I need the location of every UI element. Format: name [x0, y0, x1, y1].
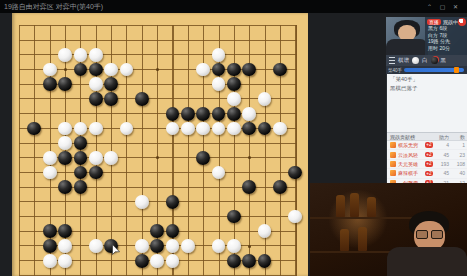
black-stone — [227, 107, 241, 121]
white-stone — [43, 151, 57, 165]
black-stone — [196, 107, 210, 121]
white-stone — [227, 92, 241, 106]
white-stone — [43, 254, 57, 268]
contributor-name: 麻辣棋手 — [398, 170, 425, 176]
contribution-rank: 23 — [451, 152, 467, 158]
info-line-4: 用时 20分 — [425, 45, 467, 52]
white-stone — [166, 239, 180, 253]
gift-icon — [390, 170, 396, 176]
black-stone — [196, 151, 210, 165]
bottle — [340, 229, 349, 251]
streamer-webcam-top[interactable]: 直播 观战中 黑方 6段 白方 7段 19路 分先 用时 20分 — [386, 17, 467, 55]
app-window: 19路自由对弈区 对弈中(第40手) ⌃ ▢ ✕ 直播 观战中 黑方 6段 白方… — [0, 0, 467, 276]
white-stone — [135, 195, 149, 209]
bottle — [367, 197, 376, 217]
black-stone-icon — [431, 57, 438, 64]
white-stone — [212, 48, 226, 62]
bottle — [336, 195, 345, 217]
black-stone — [43, 224, 57, 238]
gift-icon — [390, 161, 396, 167]
black-stone — [227, 63, 241, 77]
title-bar: 19路自由对弈区 对弈中(第40手) ⌃ ▢ ✕ — [0, 0, 467, 13]
star-point — [64, 68, 67, 71]
white-stone — [58, 122, 72, 136]
black-stone — [89, 63, 103, 77]
white-stone — [58, 48, 72, 62]
glasses-icon — [416, 230, 443, 237]
black-stone — [212, 107, 226, 121]
streamer-avatar-icon[interactable] — [458, 18, 466, 26]
white-stone — [89, 151, 103, 165]
black-stone — [150, 239, 164, 253]
white-stone — [58, 254, 72, 268]
white-stone — [227, 239, 241, 253]
black-stone — [242, 254, 256, 268]
bottle — [350, 193, 359, 217]
contribution-value: 4 — [435, 142, 451, 148]
black-stone — [74, 136, 88, 150]
white-stone — [166, 254, 180, 268]
level-badge: +2 — [425, 152, 433, 158]
shelf — [310, 217, 420, 219]
level-badge: +2 — [425, 161, 433, 167]
white-stone — [104, 151, 118, 165]
black-stone — [104, 92, 118, 106]
black-stone — [227, 77, 241, 91]
contribution-rank: 1 — [451, 142, 467, 148]
white-stone — [58, 136, 72, 150]
white-stone — [74, 48, 88, 62]
white-stone — [242, 107, 256, 121]
white-player-label: 白 — [422, 57, 428, 64]
leaderboard-row[interactable]: 天元英雄+2193108 — [387, 160, 467, 169]
black-stone — [273, 180, 287, 194]
gift-icon — [390, 152, 396, 158]
black-stone — [58, 180, 72, 194]
leaderboard-col-2: 数 — [451, 134, 467, 140]
contributor-name: 云淡风轻 — [398, 152, 425, 158]
white-stone — [89, 239, 103, 253]
leaderboard-title: 观战贡献榜 — [387, 134, 435, 140]
white-stone — [43, 166, 57, 180]
contribution-rank: 108 — [451, 161, 467, 167]
notice-line-1: 「第40手」 — [387, 74, 467, 83]
contribution-rank: 40 — [451, 170, 467, 176]
leaderboard-header: 观战贡献榜 助力 数 — [387, 132, 467, 141]
white-stone — [89, 48, 103, 62]
black-stone — [166, 107, 180, 121]
white-stone — [89, 77, 103, 91]
level-badge: +2 — [425, 142, 433, 148]
info-panel: 「第40手」 黑棋已落子 观战贡献榜 助力 数 棋乐无穷+241云淡风轻+245… — [386, 74, 467, 183]
black-stone — [227, 254, 241, 268]
white-stone — [58, 239, 72, 253]
black-stone — [89, 92, 103, 106]
leaderboard-row[interactable]: 麻辣棋手+24540 — [387, 169, 467, 178]
black-stone — [43, 77, 57, 91]
black-stone — [227, 210, 241, 224]
black-stone — [58, 151, 72, 165]
white-stone — [273, 122, 287, 136]
black-stone — [135, 92, 149, 106]
white-stone — [181, 239, 195, 253]
white-stone — [135, 239, 149, 253]
page-title: 19路自由对弈区 对弈中(第40手) — [0, 2, 103, 12]
mouse-cursor — [112, 242, 121, 254]
contribution-value: 45 — [435, 170, 451, 176]
leaderboard-col-1: 助力 — [435, 134, 451, 140]
progress-handle[interactable] — [454, 67, 459, 73]
move-progress-row: 第40手 — [386, 66, 467, 74]
black-stone — [258, 254, 272, 268]
black-stone — [43, 239, 57, 253]
black-stone — [89, 166, 103, 180]
window-controls-icons[interactable]: ⌃ ▢ ✕ — [427, 3, 467, 10]
bottle — [358, 227, 367, 251]
viewer-body — [387, 247, 467, 276]
notice-line-2: 黑棋已落子 — [387, 83, 467, 92]
star-point — [156, 68, 159, 71]
white-stone — [89, 122, 103, 136]
black-stone — [135, 254, 149, 268]
player-webcam-bottom[interactable] — [310, 183, 467, 276]
black-stone — [74, 151, 88, 165]
contribution-value: 193 — [435, 161, 451, 167]
menu-icon[interactable] — [389, 57, 395, 64]
streamer-body — [386, 39, 428, 55]
level-badge: +2 — [425, 171, 433, 177]
white-stone — [288, 210, 302, 224]
black-stone — [288, 166, 302, 180]
leaderboard-rows: 棋乐无穷+241云淡风轻+24523天元英雄+2193108麻辣棋手+24540… — [387, 141, 467, 188]
white-stone-icon — [412, 57, 419, 64]
leaderboard-row[interactable]: 云淡风轻+24523 — [387, 150, 467, 159]
white-stone — [227, 122, 241, 136]
black-stone — [181, 107, 195, 121]
game-toolbar: 棋谱 白 黑 — [386, 55, 467, 66]
contributor-name: 天元英雄 — [398, 161, 425, 167]
white-stone — [181, 122, 195, 136]
move-progress-bar[interactable] — [404, 68, 464, 72]
leaderboard-row[interactable]: 棋乐无穷+241 — [387, 141, 467, 150]
contribution-value: 45 — [435, 152, 451, 158]
white-stone — [212, 239, 226, 253]
black-player-label: 黑 — [441, 57, 447, 64]
move-number-label: 第40手 — [386, 68, 404, 73]
black-stone — [166, 195, 180, 209]
star-point — [248, 245, 251, 248]
contributor-name: 棋乐无穷 — [398, 142, 425, 148]
toolbar-kifu-button[interactable]: 棋谱 — [398, 57, 409, 64]
white-stone — [150, 254, 164, 268]
white-stone — [43, 63, 57, 77]
gift-icon — [390, 142, 396, 148]
go-board[interactable] — [12, 13, 308, 276]
